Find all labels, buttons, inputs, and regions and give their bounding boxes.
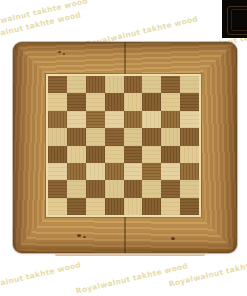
wood-knot bbox=[83, 236, 86, 238]
board-square bbox=[180, 93, 199, 110]
board-bottom-edge-highlight bbox=[55, 253, 205, 256]
board-squares bbox=[48, 76, 199, 215]
board-square bbox=[142, 146, 161, 163]
board-square bbox=[124, 163, 143, 180]
cropped-black-object bbox=[222, 0, 247, 38]
wood-knot bbox=[171, 237, 175, 240]
board-square bbox=[180, 180, 199, 197]
board-square bbox=[86, 76, 105, 93]
board-square bbox=[161, 128, 180, 145]
wood-knot bbox=[58, 51, 61, 53]
board-square bbox=[161, 93, 180, 110]
board-square bbox=[180, 128, 199, 145]
chess-board bbox=[13, 42, 237, 253]
board-square bbox=[180, 163, 199, 180]
board-square bbox=[124, 76, 143, 93]
board-inner-border bbox=[46, 74, 201, 217]
board-square bbox=[105, 146, 124, 163]
board-square bbox=[48, 198, 67, 215]
board-square bbox=[86, 146, 105, 163]
board-square bbox=[124, 146, 143, 163]
board-square bbox=[67, 76, 86, 93]
board-square bbox=[105, 93, 124, 110]
board-square bbox=[124, 111, 143, 128]
wood-knot bbox=[63, 53, 65, 55]
fold-seam-top bbox=[124, 42, 126, 74]
board-square bbox=[180, 146, 199, 163]
board-square bbox=[142, 163, 161, 180]
board-square bbox=[67, 128, 86, 145]
board-square bbox=[142, 93, 161, 110]
board-square bbox=[48, 111, 67, 128]
board-square bbox=[105, 111, 124, 128]
board-square bbox=[161, 163, 180, 180]
board-square bbox=[105, 180, 124, 197]
board-frame-left bbox=[13, 42, 46, 253]
board-square bbox=[180, 76, 199, 93]
board-square bbox=[86, 128, 105, 145]
board-square bbox=[48, 128, 67, 145]
board-square bbox=[48, 163, 67, 180]
board-square bbox=[142, 198, 161, 215]
board-square bbox=[124, 180, 143, 197]
board-square bbox=[161, 198, 180, 215]
product-photo: Royalwalnut takhte woodRoyalwalnut takht… bbox=[0, 0, 247, 296]
board-square bbox=[48, 146, 67, 163]
board-square bbox=[161, 76, 180, 93]
board-square bbox=[105, 76, 124, 93]
board-square bbox=[124, 198, 143, 215]
board-square bbox=[161, 111, 180, 128]
board-square bbox=[67, 93, 86, 110]
black-object-trim-line bbox=[231, 9, 247, 31]
board-square bbox=[86, 163, 105, 180]
board-square bbox=[86, 93, 105, 110]
board-square bbox=[142, 76, 161, 93]
board-square bbox=[142, 180, 161, 197]
board-square bbox=[86, 198, 105, 215]
board-square bbox=[67, 180, 86, 197]
wood-knot bbox=[77, 234, 81, 237]
board-square bbox=[48, 180, 67, 197]
fold-seam-bottom bbox=[124, 217, 126, 253]
board-frame-right bbox=[201, 42, 237, 253]
board-square bbox=[48, 76, 67, 93]
board-square bbox=[142, 111, 161, 128]
board-square bbox=[67, 146, 86, 163]
board-square bbox=[124, 93, 143, 110]
board-square bbox=[105, 198, 124, 215]
board-square bbox=[180, 111, 199, 128]
board-square bbox=[180, 198, 199, 215]
board-square bbox=[67, 198, 86, 215]
board-square bbox=[161, 180, 180, 197]
board-square bbox=[48, 93, 67, 110]
board-square bbox=[105, 163, 124, 180]
board-square bbox=[105, 128, 124, 145]
board-square bbox=[86, 180, 105, 197]
board-square bbox=[67, 163, 86, 180]
board-square bbox=[67, 111, 86, 128]
board-square bbox=[161, 146, 180, 163]
board-square bbox=[124, 128, 143, 145]
watermark-text: Royalwalnut takhte wood bbox=[0, 260, 82, 295]
board-square bbox=[86, 111, 105, 128]
board-square bbox=[142, 128, 161, 145]
